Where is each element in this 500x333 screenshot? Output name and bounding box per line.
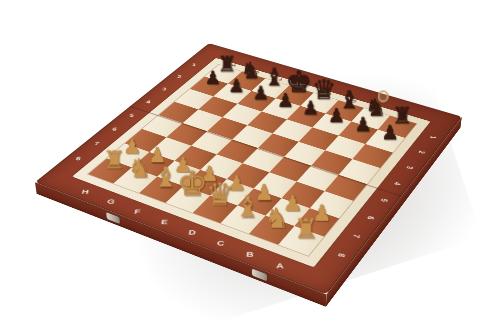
- photo-background: HGFEDCBA8765432187654321HGFEDCBA ♜♞♝♛♚♝♞…: [0, 0, 500, 333]
- piece-black-pawn-b2[interactable]: ♟: [348, 114, 377, 134]
- clasp-icon: [106, 212, 120, 224]
- piece-black-pawn-c2[interactable]: ♟: [322, 106, 351, 125]
- piece-black-pawn-a2[interactable]: ♟: [375, 122, 405, 142]
- piece-black-pawn-d2[interactable]: ♟: [296, 99, 325, 118]
- piece-white-rook-a8[interactable]: ♜: [289, 216, 323, 243]
